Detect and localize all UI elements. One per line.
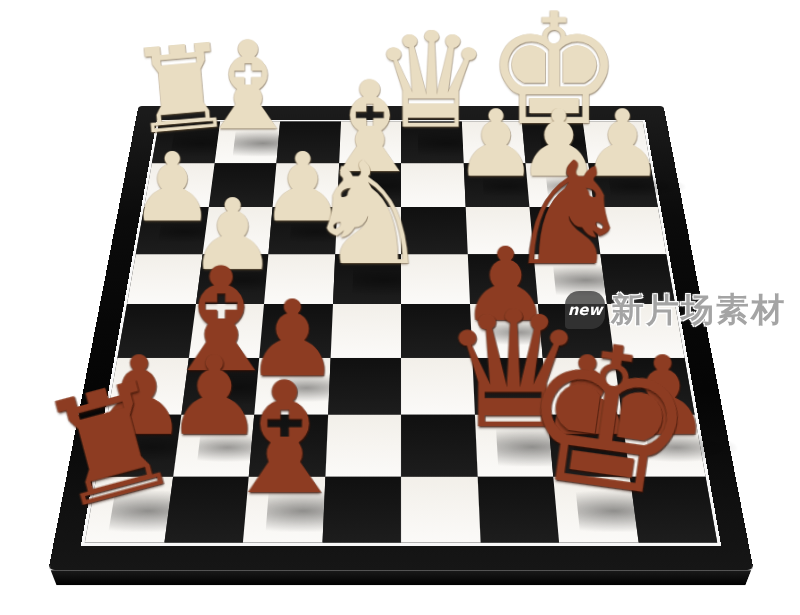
square-e8	[401, 476, 480, 542]
square-g8: ♚	[553, 476, 638, 542]
black-bishop-glyph: ♝	[216, 362, 354, 516]
square-c8: ♝	[243, 476, 325, 542]
black-king-glyph: ♚	[508, 311, 708, 528]
chess-photo-scene: ♜♝♛♚♝♟♟♟♟♟♟♞♞♟♝♟♟♟♛♟♟♜♝♚ new 新片场素材	[0, 0, 800, 615]
playing-area: ♜♝♛♚♝♟♟♟♟♟♟♞♞♟♝♟♟♟♛♟♟♜♝♚	[81, 120, 721, 546]
white-bishop-glyph: ♝	[193, 26, 302, 148]
white-knight-glyph: ♞	[304, 143, 431, 285]
chessboard-frame: ♜♝♛♚♝♟♟♟♟♟♟♞♞♟♝♟♟♟♛♟♟♜♝♚	[48, 106, 753, 570]
square-a8: ♜	[85, 476, 173, 542]
square-d4: ♞	[333, 254, 402, 304]
